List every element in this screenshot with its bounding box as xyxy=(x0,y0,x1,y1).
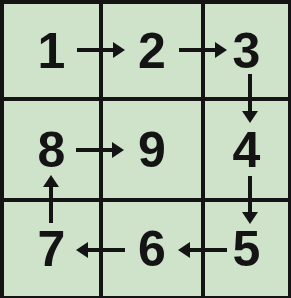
arrow-6-to-7-left-icon xyxy=(88,248,125,252)
arrow-5-to-6-left-icon xyxy=(190,248,227,252)
arrow-2-to-3-right-icon xyxy=(179,48,215,52)
arrow-3-to-4-down-icon xyxy=(248,74,252,111)
arrow-4-to-5-down-icon xyxy=(248,176,252,212)
arrow-1-to-2-right-icon xyxy=(77,48,113,52)
arrow-7-to-8-up-icon xyxy=(49,187,53,223)
number-grid-board: 1 2 3 8 9 4 7 6 5 xyxy=(0,0,291,298)
arrow-8-to-9-right-icon xyxy=(76,148,112,152)
